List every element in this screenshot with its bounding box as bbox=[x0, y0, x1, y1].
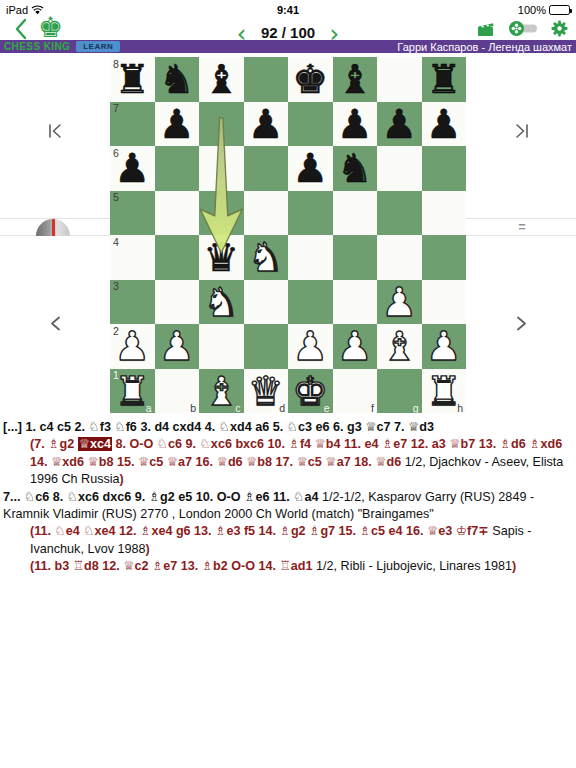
square-b2[interactable]: ♟ bbox=[155, 324, 200, 369]
file-label-c: c bbox=[235, 402, 240, 414]
square-h2[interactable]: ♟ bbox=[422, 324, 467, 369]
square-c6[interactable] bbox=[199, 146, 244, 191]
square-h8[interactable]: ♜ bbox=[422, 57, 467, 102]
file-label-b: b bbox=[190, 402, 196, 414]
rank-label-5: 5 bbox=[113, 191, 119, 203]
square-b1[interactable]: b bbox=[155, 369, 200, 414]
piece-wp-g3: ♟ bbox=[377, 280, 422, 325]
eval-equal-indicator: = bbox=[514, 220, 530, 234]
square-e6[interactable]: ♟ bbox=[288, 146, 333, 191]
square-g7[interactable]: ♟ bbox=[377, 102, 422, 147]
square-f5[interactable] bbox=[333, 191, 378, 236]
square-b7[interactable]: ♟ bbox=[155, 102, 200, 147]
square-d2[interactable] bbox=[244, 324, 289, 369]
rank-label-2: 2 bbox=[113, 325, 119, 337]
square-e7[interactable] bbox=[288, 102, 333, 147]
square-h3[interactable] bbox=[422, 280, 467, 325]
square-a8[interactable]: 8♜ bbox=[110, 57, 155, 102]
square-h4[interactable] bbox=[422, 235, 467, 280]
piece-wn-c3: ♞ bbox=[199, 280, 244, 325]
square-f2[interactable]: ♟ bbox=[333, 324, 378, 369]
move-paragraph: (11. b3 ♖d8 12. ♕c2 ♗e7 13. ♗b2 O-O 14. … bbox=[3, 558, 573, 575]
gear-icon[interactable] bbox=[551, 20, 568, 37]
square-b6[interactable] bbox=[155, 146, 200, 191]
piece-wp-a2: ♟ bbox=[110, 324, 155, 369]
square-a1[interactable]: 1a♜ bbox=[110, 369, 155, 414]
piece-bp-h7: ♟ bbox=[422, 102, 467, 147]
square-e4[interactable] bbox=[288, 235, 333, 280]
rank-label-1: 1 bbox=[113, 369, 119, 381]
prev-icon bbox=[49, 316, 61, 331]
square-h7[interactable]: ♟ bbox=[422, 102, 467, 147]
piece-br-h8: ♜ bbox=[422, 57, 467, 102]
eval-gauge-needle bbox=[52, 219, 55, 236]
square-a6[interactable]: 6♟ bbox=[110, 146, 155, 191]
square-a7[interactable]: 7 bbox=[110, 102, 155, 147]
piece-wb-g2: ♝ bbox=[377, 324, 422, 369]
square-e1[interactable]: e♚ bbox=[288, 369, 333, 414]
brand-bar: CHESS KING LEARN Гарри Каспаров - Легенд… bbox=[0, 40, 576, 53]
square-f4[interactable] bbox=[333, 235, 378, 280]
square-d8[interactable] bbox=[244, 57, 289, 102]
square-c5[interactable] bbox=[199, 191, 244, 236]
rank-label-3: 3 bbox=[113, 280, 119, 292]
square-c2[interactable] bbox=[199, 324, 244, 369]
file-label-h: h bbox=[457, 402, 463, 414]
square-c4[interactable]: ♛ bbox=[199, 235, 244, 280]
square-g8[interactable] bbox=[377, 57, 422, 102]
square-a3[interactable]: 3 bbox=[110, 280, 155, 325]
square-b3[interactable] bbox=[155, 280, 200, 325]
square-a5[interactable]: 5 bbox=[110, 191, 155, 236]
square-g3[interactable]: ♟ bbox=[377, 280, 422, 325]
go-to-start-button[interactable] bbox=[47, 124, 63, 138]
battery-icon bbox=[549, 5, 570, 15]
piece-bq-c4: ♛ bbox=[199, 235, 244, 280]
move-token[interactable]: (11. ♘e4 ♘xe4 12. ♗xe4 g6 13. ♗e3 f5 14.… bbox=[30, 524, 492, 538]
square-f6[interactable]: ♞ bbox=[333, 146, 378, 191]
game-reference: 1/2, Ribli - Ljubojevic, Linares 1981 bbox=[316, 559, 512, 573]
piece-wp-h2: ♟ bbox=[422, 324, 467, 369]
rank-label-8: 8 bbox=[113, 58, 119, 70]
square-g6[interactable] bbox=[377, 146, 422, 191]
square-e8[interactable]: ♚ bbox=[288, 57, 333, 102]
moves-panel: [...] 1. c4 c5 2. ♘f3 ♘f6 3. d4 cxd4 4. … bbox=[0, 419, 576, 576]
piece-bp-a6: ♟ bbox=[110, 146, 155, 191]
square-f1[interactable]: f bbox=[333, 369, 378, 414]
go-to-end-button[interactable] bbox=[514, 124, 530, 138]
square-d4[interactable]: ♞ bbox=[244, 235, 289, 280]
piece-wp-e2: ♟ bbox=[288, 324, 333, 369]
square-e3[interactable] bbox=[288, 280, 333, 325]
square-f7[interactable]: ♟ bbox=[333, 102, 378, 147]
piece-wn-d4: ♞ bbox=[244, 235, 289, 280]
file-label-g: g bbox=[413, 402, 419, 414]
square-c1[interactable]: c♝ bbox=[199, 369, 244, 414]
square-g1[interactable]: g bbox=[377, 369, 422, 414]
move-token[interactable]: ) bbox=[120, 472, 124, 486]
move-token[interactable]: [...] 1. c4 c5 2. ♘f3 ♘f6 3. d4 cxd4 4. … bbox=[3, 420, 434, 434]
rank-label-6: 6 bbox=[113, 147, 119, 159]
lesson-counter: 92 / 100 bbox=[261, 24, 315, 41]
toolbar: ♚ ‹ 92 / 100 › bbox=[0, 20, 576, 40]
square-d1[interactable]: d♛ bbox=[244, 369, 289, 414]
piece-bk-e8: ♚ bbox=[288, 57, 333, 102]
piece-wp-b2: ♟ bbox=[155, 324, 200, 369]
square-c8[interactable]: ♝ bbox=[199, 57, 244, 102]
piece-wb-c1: ♝ bbox=[199, 369, 244, 414]
square-c7[interactable] bbox=[199, 102, 244, 147]
move-token[interactable]: (7. ♗g2 bbox=[30, 437, 78, 451]
next-move-button[interactable] bbox=[516, 316, 528, 331]
move-paragraph: (7. ♗g2 ♕xc4 8. O-O ♘c6 9. ♘xc6 bxc6 10.… bbox=[3, 436, 573, 488]
film-reel-toggle[interactable] bbox=[508, 20, 538, 37]
square-c3[interactable]: ♞ bbox=[199, 280, 244, 325]
last-move-icon bbox=[514, 124, 530, 138]
square-e5[interactable] bbox=[288, 191, 333, 236]
move-token[interactable]: (11. b3 ♖d8 12. ♕c2 ♗e7 13. ♗b2 O-O 14. … bbox=[30, 559, 316, 573]
prev-move-button[interactable] bbox=[49, 316, 61, 331]
brand-learn-badge: LEARN bbox=[76, 41, 120, 52]
piece-bp-e6: ♟ bbox=[288, 146, 333, 191]
piece-bn-b8: ♞ bbox=[155, 57, 200, 102]
status-time: 9:41 bbox=[0, 4, 576, 16]
move-token[interactable]: ) bbox=[512, 559, 516, 573]
piece-bp-b7: ♟ bbox=[155, 102, 200, 147]
file-label-f: f bbox=[371, 402, 374, 414]
piece-wq-d1: ♛ bbox=[244, 369, 289, 414]
square-b4[interactable] bbox=[155, 235, 200, 280]
square-g5[interactable] bbox=[377, 191, 422, 236]
move-paragraph: [...] 1. c4 c5 2. ♘f3 ♘f6 3. d4 cxd4 4. … bbox=[3, 419, 573, 436]
piece-bb-f8: ♝ bbox=[333, 57, 378, 102]
square-g2[interactable]: ♝ bbox=[377, 324, 422, 369]
file-label-e: e bbox=[324, 402, 330, 414]
square-b5[interactable] bbox=[155, 191, 200, 236]
first-move-icon bbox=[47, 124, 63, 138]
rank-label-4: 4 bbox=[113, 236, 119, 248]
move-paragraph: (11. ♘e4 ♘xe4 12. ♗xe4 g6 13. ♗e3 f5 14.… bbox=[3, 523, 573, 558]
piece-wk-e1: ♚ bbox=[288, 369, 333, 414]
square-a2[interactable]: 2♟ bbox=[110, 324, 155, 369]
piece-bp-g7: ♟ bbox=[377, 102, 422, 147]
highlighted-move[interactable]: ♕xc4 bbox=[78, 437, 112, 451]
move-paragraph: 7... ♘c6 8. ♘xc6 dxc6 9. ♗g2 e5 10. O-O … bbox=[3, 489, 573, 524]
next-icon bbox=[516, 316, 528, 331]
file-label-d: d bbox=[279, 402, 285, 414]
square-f3[interactable] bbox=[333, 280, 378, 325]
file-label-a: a bbox=[146, 402, 152, 414]
piece-wr-a1: ♜ bbox=[110, 369, 155, 414]
square-b8[interactable]: ♞ bbox=[155, 57, 200, 102]
square-e2[interactable]: ♟ bbox=[288, 324, 333, 369]
square-d3[interactable] bbox=[244, 280, 289, 325]
square-g4[interactable] bbox=[377, 235, 422, 280]
square-f8[interactable]: ♝ bbox=[333, 57, 378, 102]
piece-bp-f7: ♟ bbox=[333, 102, 378, 147]
piece-bn-f6: ♞ bbox=[333, 146, 378, 191]
clapperboard-icon[interactable] bbox=[477, 20, 495, 37]
square-h6[interactable] bbox=[422, 146, 467, 191]
move-token[interactable]: 7... ♘c6 8. ♘xc6 dxc6 9. ♗g2 e5 10. O-O … bbox=[3, 490, 322, 504]
chess-board: 8♜♞♝♚♝♜7♟♟♟♟♟6♟♟♞54♛♞3♞♟2♟♟♟♟♝♟1a♜bc♝d♛e… bbox=[110, 57, 466, 413]
square-d5[interactable] bbox=[244, 191, 289, 236]
move-token[interactable]: ) bbox=[146, 542, 150, 556]
brand-chessking-label: CHESS KING bbox=[4, 41, 70, 52]
square-a4[interactable]: 4 bbox=[110, 235, 155, 280]
course-title: Гарри Каспаров - Легенда шахмат bbox=[397, 41, 572, 53]
piece-wp-f2: ♟ bbox=[333, 324, 378, 369]
status-bar: iPad 9:41 100% bbox=[0, 0, 576, 20]
rank-label-7: 7 bbox=[113, 102, 119, 114]
square-d7[interactable]: ♟ bbox=[244, 102, 289, 147]
square-d6[interactable] bbox=[244, 146, 289, 191]
piece-bp-d7: ♟ bbox=[244, 102, 289, 147]
square-h5[interactable] bbox=[422, 191, 467, 236]
square-h1[interactable]: h♜ bbox=[422, 369, 467, 414]
piece-wr-h1: ♜ bbox=[422, 369, 467, 414]
piece-bb-c8: ♝ bbox=[199, 57, 244, 102]
piece-br-a8: ♜ bbox=[110, 57, 155, 102]
